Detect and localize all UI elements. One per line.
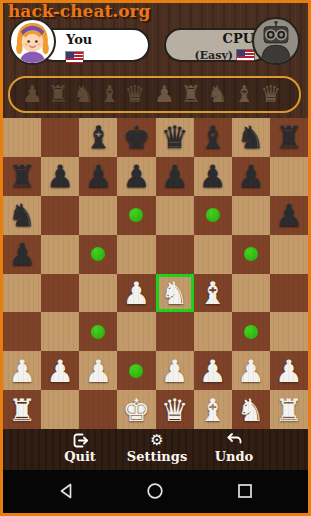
square-c6[interactable] xyxy=(79,196,117,235)
piece-black-rook: ♜ xyxy=(8,157,36,195)
square-f7[interactable]: ♟ xyxy=(194,157,232,196)
move-hint-dot[interactable] xyxy=(129,208,143,222)
piece-black-bishop: ♝ xyxy=(84,118,112,156)
piece-white-bishop: ♝ xyxy=(199,391,227,429)
square-b8[interactable] xyxy=(41,118,79,157)
player-you-name: You xyxy=(66,33,148,46)
move-hint-dot[interactable] xyxy=(91,325,105,339)
move-hint-dot[interactable] xyxy=(244,247,258,261)
square-g6[interactable] xyxy=(232,196,270,235)
captured-placeholder-white-rook: ♜ xyxy=(181,83,202,106)
square-d1[interactable]: ♚ xyxy=(117,390,155,429)
square-e1[interactable]: ♛ xyxy=(156,390,194,429)
square-g4[interactable] xyxy=(232,274,270,313)
square-a1[interactable]: ♜ xyxy=(3,390,41,429)
piece-white-rook: ♜ xyxy=(275,391,303,429)
quit-exit-icon xyxy=(45,432,115,449)
square-c1[interactable] xyxy=(79,390,117,429)
square-f4[interactable]: ♝ xyxy=(194,274,232,313)
square-h1[interactable]: ♜ xyxy=(270,390,308,429)
square-d8[interactable]: ♚ xyxy=(117,118,155,157)
piece-black-king: ♚ xyxy=(123,118,151,156)
player-cpu-avatar xyxy=(252,17,300,65)
square-c2[interactable]: ♟ xyxy=(79,351,117,390)
square-b3[interactable] xyxy=(41,312,79,351)
captured-pieces-tray: ♟♜♞♝♛♟♜♞♝♛ xyxy=(8,76,301,113)
piece-white-pawn: ♟ xyxy=(46,352,74,390)
captured-placeholder-white-knight: ♞ xyxy=(207,83,228,106)
settings-label: Settings xyxy=(122,449,192,464)
square-d5[interactable] xyxy=(117,235,155,274)
square-a6[interactable]: ♞ xyxy=(3,196,41,235)
captured-placeholder-black-queen: ♛ xyxy=(125,83,146,106)
square-e4[interactable]: ♞ xyxy=(156,274,194,313)
square-a5[interactable]: ♟ xyxy=(3,235,41,274)
app-screen: hack-cheat.org You CPU (Easy) xyxy=(0,0,311,516)
captured-placeholder-black-bishop: ♝ xyxy=(99,83,120,106)
android-navbar xyxy=(3,470,308,513)
square-h8[interactable]: ♜ xyxy=(270,118,308,157)
piece-white-king: ♚ xyxy=(123,391,151,429)
square-b5[interactable] xyxy=(41,235,79,274)
captured-placeholder-white-bishop: ♝ xyxy=(234,83,255,106)
move-hint-dot[interactable] xyxy=(91,247,105,261)
move-hint-dot[interactable] xyxy=(244,325,258,339)
square-e7[interactable]: ♟ xyxy=(156,157,194,196)
square-c3[interactable] xyxy=(79,312,117,351)
piece-black-pawn: ♟ xyxy=(275,196,303,234)
settings-button[interactable]: ⚙ Settings xyxy=(122,432,192,464)
square-f6[interactable] xyxy=(194,196,232,235)
piece-white-queen: ♛ xyxy=(161,391,189,429)
piece-white-pawn: ♟ xyxy=(84,352,112,390)
piece-black-queen: ♛ xyxy=(161,118,189,156)
square-b4[interactable] xyxy=(41,274,79,313)
square-d6[interactable] xyxy=(117,196,155,235)
android-recents-button[interactable] xyxy=(236,482,254,504)
piece-white-pawn: ♟ xyxy=(237,352,265,390)
square-e2[interactable]: ♟ xyxy=(156,351,194,390)
captured-placeholder-black-rook: ♜ xyxy=(48,83,69,106)
square-h3[interactable] xyxy=(270,312,308,351)
us-flag-icon xyxy=(237,50,254,61)
square-b1[interactable] xyxy=(41,390,79,429)
piece-white-pawn: ♟ xyxy=(123,274,151,312)
square-a4[interactable] xyxy=(3,274,41,313)
square-h4[interactable] xyxy=(270,274,308,313)
square-a7[interactable]: ♜ xyxy=(3,157,41,196)
piece-white-pawn: ♟ xyxy=(199,352,227,390)
settings-gear-icon: ⚙ xyxy=(122,432,192,449)
captured-placeholder-white-pawn: ♟ xyxy=(154,83,175,106)
piece-black-bishop: ♝ xyxy=(199,118,227,156)
square-g3[interactable] xyxy=(232,312,270,351)
square-c7[interactable]: ♟ xyxy=(79,157,117,196)
piece-black-rook: ♜ xyxy=(275,118,303,156)
quit-button[interactable]: Quit xyxy=(45,432,115,464)
robot-avatar-icon xyxy=(254,19,298,63)
square-g2[interactable]: ♟ xyxy=(232,351,270,390)
square-e3[interactable] xyxy=(156,312,194,351)
piece-black-pawn: ♟ xyxy=(237,157,265,195)
cpu-difficulty-label: (Easy) xyxy=(194,49,233,62)
piece-white-bishop: ♝ xyxy=(199,274,227,312)
captured-placeholder-black-knight: ♞ xyxy=(73,83,94,106)
square-d4[interactable]: ♟ xyxy=(117,274,155,313)
square-f1[interactable]: ♝ xyxy=(194,390,232,429)
square-a3[interactable] xyxy=(3,312,41,351)
piece-black-pawn: ♟ xyxy=(8,235,36,273)
square-b2[interactable]: ♟ xyxy=(41,351,79,390)
square-c8[interactable]: ♝ xyxy=(79,118,117,157)
undo-label: Undo xyxy=(199,449,269,464)
move-hint-dot[interactable] xyxy=(129,364,143,378)
square-e8[interactable]: ♛ xyxy=(156,118,194,157)
player-you-avatar xyxy=(9,18,56,65)
move-hint-dot[interactable] xyxy=(206,208,220,222)
piece-white-knight: ♞ xyxy=(237,391,265,429)
square-b6[interactable] xyxy=(41,196,79,235)
us-flag-icon xyxy=(66,52,83,63)
bottom-toolbar: Quit ⚙ Settings Undo xyxy=(3,429,308,470)
square-f8[interactable]: ♝ xyxy=(194,118,232,157)
square-a8[interactable] xyxy=(3,118,41,157)
piece-white-knight: ♞ xyxy=(161,274,189,312)
square-e5[interactable] xyxy=(156,235,194,274)
square-c4[interactable] xyxy=(79,274,117,313)
player-cpu-name: CPU xyxy=(194,32,254,45)
square-d7[interactable]: ♟ xyxy=(117,157,155,196)
square-f5[interactable] xyxy=(194,235,232,274)
square-h2[interactable]: ♟ xyxy=(270,351,308,390)
piece-black-knight: ♞ xyxy=(237,118,265,156)
android-home-button[interactable] xyxy=(146,482,164,504)
undo-button[interactable]: Undo xyxy=(199,432,269,464)
square-f2[interactable]: ♟ xyxy=(194,351,232,390)
square-h6[interactable]: ♟ xyxy=(270,196,308,235)
captured-placeholder-white-queen: ♛ xyxy=(260,83,281,106)
quit-label: Quit xyxy=(45,449,115,464)
piece-black-pawn: ♟ xyxy=(199,157,227,195)
square-g7[interactable]: ♟ xyxy=(232,157,270,196)
piece-black-pawn: ♟ xyxy=(161,157,189,195)
captured-placeholder-black-pawn: ♟ xyxy=(22,83,43,106)
piece-white-pawn: ♟ xyxy=(275,352,303,390)
piece-white-pawn: ♟ xyxy=(8,352,36,390)
square-f3[interactable] xyxy=(194,312,232,351)
piece-black-pawn: ♟ xyxy=(46,157,74,195)
square-d3[interactable] xyxy=(117,312,155,351)
chess-board: ♝♚♛♝♞♜♜♟♟♟♟♟♟♞♟♟♟♞♝♟♟♟♟♟♟♟♜♚♛♝♞♜ xyxy=(3,118,308,429)
piece-black-pawn: ♟ xyxy=(84,157,112,195)
undo-arrow-icon xyxy=(199,432,269,449)
square-a2[interactable]: ♟ xyxy=(3,351,41,390)
piece-white-rook: ♜ xyxy=(8,391,36,429)
square-b7[interactable]: ♟ xyxy=(41,157,79,196)
square-c5[interactable] xyxy=(79,235,117,274)
square-h7[interactable] xyxy=(270,157,308,196)
square-g5[interactable] xyxy=(232,235,270,274)
square-e6[interactable] xyxy=(156,196,194,235)
square-d2[interactable] xyxy=(117,351,155,390)
android-back-button[interactable] xyxy=(58,482,76,504)
piece-black-pawn: ♟ xyxy=(123,157,151,195)
square-h5[interactable] xyxy=(270,235,308,274)
girl-avatar-icon xyxy=(11,20,54,63)
piece-black-knight: ♞ xyxy=(8,196,36,234)
piece-white-pawn: ♟ xyxy=(161,352,189,390)
square-g8[interactable]: ♞ xyxy=(232,118,270,157)
square-g1[interactable]: ♞ xyxy=(232,390,270,429)
